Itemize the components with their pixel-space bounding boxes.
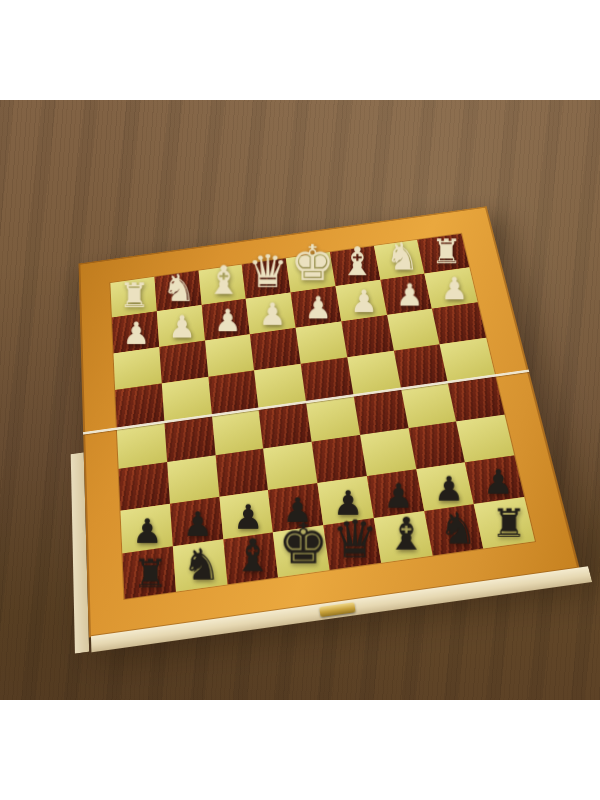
square-h6 (119, 462, 170, 510)
black-pawn-b7: ♟ (423, 472, 474, 506)
square-h7: ♟ (120, 503, 172, 553)
square-f6 (215, 448, 268, 496)
white-pawn-f2: ♟ (204, 305, 250, 336)
white-pawn-g2: ♟ (159, 311, 205, 342)
black-queen-d8: ♛ (329, 513, 381, 565)
black-pawn-h7: ♟ (122, 514, 173, 548)
square-g5 (164, 415, 215, 462)
plywood-edge-left (71, 452, 89, 654)
square-b5 (401, 382, 457, 428)
product-photo: ♜♞♝♛♚♝♞♜♟♟♟♟♟♟♟♟♟♟♟♟♟♟♟♟♜♞♝♚♛♝♞♜ (0, 0, 600, 800)
square-c8: ♝ (374, 511, 433, 563)
white-pawn-c2: ♟ (341, 286, 387, 317)
white-pawn-h2: ♟ (113, 318, 159, 349)
board-frame: ♜♞♝♛♚♝♞♜♟♟♟♟♟♟♟♟♟♟♟♟♟♟♟♟♜♞♝♚♛♝♞♜ (79, 206, 580, 637)
square-d5 (306, 395, 360, 441)
square-c5 (353, 389, 408, 435)
white-knight-b1: ♞ (379, 237, 424, 275)
black-knight-b8: ♞ (432, 507, 484, 550)
wooden-table-background: ♜♞♝♛♚♝♞♜♟♟♟♟♟♟♟♟♟♟♟♟♟♟♟♟♜♞♝♚♛♝♞♜ (0, 100, 600, 700)
white-bishop-c1: ♝ (335, 242, 380, 282)
white-rook-a1: ♜ (424, 235, 469, 269)
black-rook-h8: ♜ (124, 554, 176, 593)
white-rook-h1: ♜ (112, 279, 157, 313)
square-e6 (263, 442, 317, 490)
square-a5 (448, 375, 505, 421)
square-h8: ♜ (122, 547, 175, 599)
brass-clasp-icon (319, 602, 355, 617)
white-king-d1: ♚ (290, 239, 335, 288)
black-pawn-g7: ♟ (172, 507, 223, 541)
black-pawn-a7: ♟ (473, 465, 524, 499)
white-queen-e1: ♛ (246, 249, 291, 294)
square-b6 (408, 421, 465, 469)
square-h5 (117, 422, 167, 469)
black-rook-a8: ♜ (483, 504, 535, 543)
square-c6 (360, 428, 416, 476)
square-g6 (167, 455, 219, 503)
board-perspective-wrapper: ♜♞♝♛♚♝♞♜♟♟♟♟♟♟♟♟♟♟♟♟♟♟♟♟♜♞♝♚♛♝♞♜ (52, 148, 560, 656)
chess-board: ♜♞♝♛♚♝♞♜♟♟♟♟♟♟♟♟♟♟♟♟♟♟♟♟♜♞♝♚♛♝♞♜ (110, 234, 534, 599)
white-pawn-a2: ♟ (431, 273, 477, 304)
square-f8: ♝ (223, 533, 278, 585)
square-a8: ♜ (474, 497, 535, 548)
black-bishop-f8: ♝ (227, 533, 279, 579)
board-3d: ♜♞♝♛♚♝♞♜♟♟♟♟♟♟♟♟♟♟♟♟♟♟♟♟♜♞♝♚♛♝♞♜ (79, 206, 580, 637)
square-f5 (211, 409, 263, 455)
square-d8: ♛ (323, 518, 381, 570)
square-d6 (312, 435, 367, 483)
square-b3 (387, 308, 440, 351)
black-king-e8: ♚ (278, 515, 330, 571)
white-knight-g1: ♞ (156, 269, 201, 307)
square-a6 (456, 414, 514, 461)
square-a7: ♟ (465, 455, 524, 504)
square-g8: ♞ (173, 540, 227, 592)
black-knight-g8: ♞ (175, 543, 227, 586)
black-bishop-c8: ♝ (380, 512, 432, 558)
white-bishop-f1: ♝ (201, 261, 246, 301)
white-pawn-b2: ♟ (386, 279, 432, 310)
white-pawn-d2: ♟ (295, 292, 341, 323)
square-f3 (205, 334, 255, 377)
square-e5 (259, 402, 312, 448)
white-pawn-e2: ♟ (250, 298, 296, 329)
square-e8: ♚ (273, 525, 330, 577)
square-b8: ♞ (424, 504, 484, 555)
